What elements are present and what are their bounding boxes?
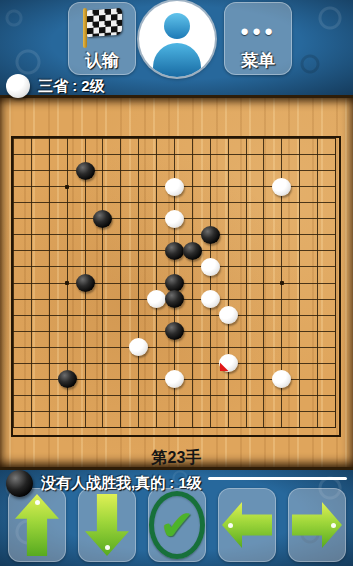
white-stone-N5 [219, 354, 238, 372]
black-player-label: 没有人战胜我,真的 : 1级 [41, 474, 202, 493]
checkered-flag-icon [79, 6, 125, 50]
white-stone-M9 [201, 290, 220, 308]
white-stone-icon [6, 74, 30, 98]
check-glyph: ✔ [159, 505, 194, 547]
timer-bar [208, 477, 347, 480]
white-stone-H6 [129, 338, 148, 356]
white-stone-M11 [201, 258, 220, 276]
nav-down-button[interactable] [78, 488, 136, 562]
white-stone-Q4 [272, 370, 291, 388]
nav-up-button[interactable] [8, 488, 66, 562]
check-icon: ✔ [149, 491, 205, 559]
black-stone-E17 [76, 162, 95, 180]
go-board[interactable]: 第23手 [0, 95, 353, 470]
player-avatar[interactable] [139, 1, 215, 77]
white-player-label: 三省 : 2级 [38, 77, 105, 96]
star-point [65, 185, 69, 189]
white-stone-K4 [165, 370, 184, 388]
confirm-button[interactable]: ✔ [148, 488, 206, 562]
right-arrow-icon [292, 502, 342, 548]
resign-label: 认输 [85, 52, 119, 75]
white-stone-K14 [165, 210, 184, 228]
nav-right-button[interactable] [288, 488, 346, 562]
black-stone-M13 [201, 226, 220, 244]
up-arrow-icon [15, 494, 59, 556]
ellipsis-icon: ●●● [240, 23, 276, 38]
black-stone-K12 [165, 242, 184, 260]
last-move-marker [220, 362, 229, 371]
flag-cloth [87, 8, 122, 37]
menu-button[interactable]: ●●● 菜单 [224, 2, 292, 75]
person-icon [164, 13, 190, 39]
black-stone-L12 [183, 242, 202, 260]
white-stone-N8 [219, 306, 238, 324]
black-stone-F14 [93, 210, 112, 228]
nav-left-button[interactable] [218, 488, 276, 562]
stones-layer [0, 98, 353, 467]
black-stone-E10 [76, 274, 95, 292]
menu-label: 菜单 [241, 52, 275, 75]
black-stone-K7 [165, 322, 184, 340]
white-player-info: 三省 : 2级 [6, 74, 105, 98]
white-stone-J9 [147, 290, 166, 308]
black-stone-D4 [58, 370, 77, 388]
star-point [65, 281, 69, 285]
black-player-info: 没有人战胜我,真的 : 1级 [6, 470, 202, 497]
black-stone-K9 [165, 290, 184, 308]
resign-button[interactable]: 认输 [68, 2, 136, 75]
person-body [153, 43, 201, 77]
white-stone-Q16 [272, 178, 291, 196]
black-stone-icon [6, 470, 33, 497]
app-screen: 认输 ●●● 菜单 三省 : 2级 第23手 没有人战胜我,真的 : 1级 [0, 0, 353, 566]
star-point [280, 281, 284, 285]
move-counter: 第23手 [0, 448, 353, 469]
down-arrow-icon [85, 494, 129, 556]
left-arrow-icon [222, 502, 272, 548]
white-stone-K16 [165, 178, 184, 196]
